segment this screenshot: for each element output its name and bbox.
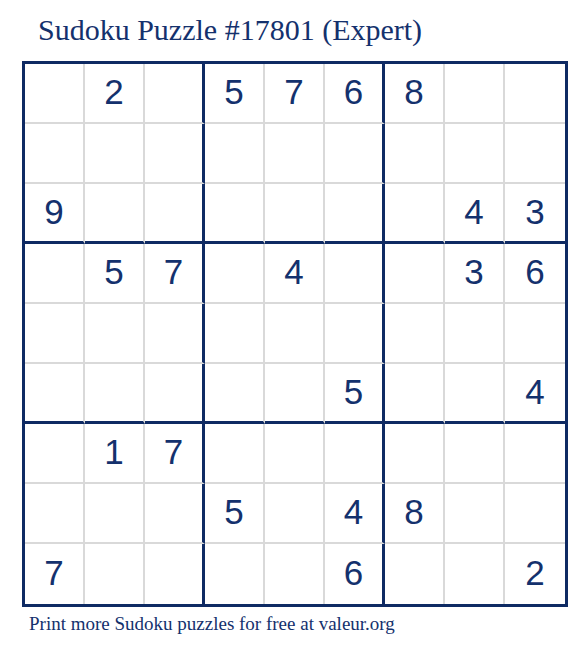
sudoku-cell-r5c5 — [265, 304, 325, 364]
sudoku-cell-r7c4 — [205, 424, 265, 484]
sudoku-cell-r7c7 — [385, 424, 445, 484]
sudoku-cell-r1c7: 8 — [385, 64, 445, 124]
sudoku-cell-r7c3: 7 — [145, 424, 205, 484]
sudoku-cell-r2c2 — [85, 124, 145, 184]
sudoku-cell-r4c5: 4 — [265, 244, 325, 304]
sudoku-cell-r8c9 — [505, 484, 565, 544]
sudoku-cell-r9c5 — [265, 544, 325, 604]
sudoku-cell-r8c4: 5 — [205, 484, 265, 544]
sudoku-cell-r6c7 — [385, 364, 445, 424]
sudoku-cell-r1c5: 7 — [265, 64, 325, 124]
sudoku-cell-r7c2: 1 — [85, 424, 145, 484]
sudoku-cell-r2c3 — [145, 124, 205, 184]
sudoku-cell-r1c4: 5 — [205, 64, 265, 124]
sudoku-cell-r4c7 — [385, 244, 445, 304]
sudoku-cell-r1c8 — [445, 64, 505, 124]
sudoku-cell-r2c8 — [445, 124, 505, 184]
sudoku-cell-r4c4 — [205, 244, 265, 304]
sudoku-cell-r4c8: 3 — [445, 244, 505, 304]
sudoku-cell-r4c1 — [25, 244, 85, 304]
page-title: Sudoku Puzzle #17801 (Expert) — [38, 13, 422, 47]
sudoku-cell-r2c6 — [325, 124, 385, 184]
sudoku-cell-r1c9 — [505, 64, 565, 124]
sudoku-cell-r9c6: 6 — [325, 544, 385, 604]
sudoku-cell-r3c8: 4 — [445, 184, 505, 244]
sudoku-cell-r7c8 — [445, 424, 505, 484]
sudoku-cell-r8c2 — [85, 484, 145, 544]
sudoku-cell-r1c2: 2 — [85, 64, 145, 124]
sudoku-cell-r1c3 — [145, 64, 205, 124]
sudoku-cell-r9c4 — [205, 544, 265, 604]
sudoku-cell-r2c7 — [385, 124, 445, 184]
sudoku-cell-r6c6: 5 — [325, 364, 385, 424]
sudoku-cell-r6c9: 4 — [505, 364, 565, 424]
sudoku-cell-r8c8 — [445, 484, 505, 544]
sudoku-cell-r6c1 — [25, 364, 85, 424]
sudoku-cell-r3c9: 3 — [505, 184, 565, 244]
sudoku-cell-r7c6 — [325, 424, 385, 484]
sudoku-cell-r3c6 — [325, 184, 385, 244]
sudoku-cell-r6c8 — [445, 364, 505, 424]
sudoku-cell-r8c5 — [265, 484, 325, 544]
sudoku-cell-r5c6 — [325, 304, 385, 364]
sudoku-cell-r9c7 — [385, 544, 445, 604]
sudoku-cell-r5c9 — [505, 304, 565, 364]
sudoku-cell-r2c9 — [505, 124, 565, 184]
sudoku-cell-r1c6: 6 — [325, 64, 385, 124]
sudoku-cell-r9c9: 2 — [505, 544, 565, 604]
sudoku-cell-r8c7: 8 — [385, 484, 445, 544]
sudoku-cell-r9c3 — [145, 544, 205, 604]
sudoku-cell-r6c2 — [85, 364, 145, 424]
sudoku-cell-r7c9 — [505, 424, 565, 484]
sudoku-cell-r4c6 — [325, 244, 385, 304]
sudoku-cell-r8c6: 4 — [325, 484, 385, 544]
sudoku-cell-r9c2 — [85, 544, 145, 604]
sudoku-cell-r3c1: 9 — [25, 184, 85, 244]
sudoku-cell-r7c5 — [265, 424, 325, 484]
sudoku-cell-r5c7 — [385, 304, 445, 364]
sudoku-cell-r6c3 — [145, 364, 205, 424]
sudoku-cell-r8c1 — [25, 484, 85, 544]
sudoku-cell-r5c4 — [205, 304, 265, 364]
sudoku-cell-r3c4 — [205, 184, 265, 244]
sudoku-cell-r4c9: 6 — [505, 244, 565, 304]
sudoku-cell-r4c2: 5 — [85, 244, 145, 304]
sudoku-cell-r2c4 — [205, 124, 265, 184]
sudoku-board: 25768943574365417548762 — [22, 61, 568, 607]
sudoku-cell-r7c1 — [25, 424, 85, 484]
sudoku-cell-r5c8 — [445, 304, 505, 364]
footer-text: Print more Sudoku puzzles for free at va… — [29, 613, 395, 635]
sudoku-cell-r5c1 — [25, 304, 85, 364]
sudoku-cell-r5c3 — [145, 304, 205, 364]
sudoku-cell-r8c3 — [145, 484, 205, 544]
sudoku-cell-r6c5 — [265, 364, 325, 424]
sudoku-cell-r3c5 — [265, 184, 325, 244]
sudoku-cell-r1c1 — [25, 64, 85, 124]
sudoku-cell-r5c2 — [85, 304, 145, 364]
sudoku-cell-r3c2 — [85, 184, 145, 244]
sudoku-cell-r3c3 — [145, 184, 205, 244]
sudoku-cell-r3c7 — [385, 184, 445, 244]
sudoku-cell-r9c1: 7 — [25, 544, 85, 604]
sudoku-cell-r2c5 — [265, 124, 325, 184]
sudoku-cell-r4c3: 7 — [145, 244, 205, 304]
sudoku-cell-r6c4 — [205, 364, 265, 424]
sudoku-cell-r9c8 — [445, 544, 505, 604]
sudoku-cell-r2c1 — [25, 124, 85, 184]
